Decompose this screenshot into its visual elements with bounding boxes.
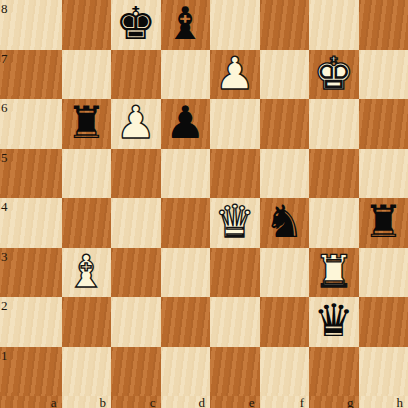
square-g2[interactable]: ♛: [309, 297, 359, 347]
square-e7[interactable]: ♟: [210, 50, 260, 100]
square-a8[interactable]: [12, 0, 62, 50]
square-e3[interactable]: [210, 248, 260, 298]
black-king-c8[interactable]: ♚: [116, 1, 156, 46]
square-b1[interactable]: [62, 347, 112, 397]
square-c6[interactable]: ♟: [111, 99, 161, 149]
rank-label-6: 6: [0, 99, 12, 149]
square-b2[interactable]: [62, 297, 112, 347]
rank-label-3: 3: [0, 248, 12, 298]
square-a6[interactable]: [12, 99, 62, 149]
square-a4[interactable]: [12, 198, 62, 248]
black-rook-b6[interactable]: ♜: [66, 100, 106, 145]
square-d3[interactable]: [161, 248, 211, 298]
black-pawn-d6[interactable]: ♟: [165, 100, 205, 145]
square-h5[interactable]: [359, 149, 408, 199]
square-b3[interactable]: ♝: [62, 248, 112, 298]
black-rook-h4[interactable]: ♜: [363, 199, 403, 244]
square-f4[interactable]: ♞: [260, 198, 310, 248]
file-label-h: h: [359, 396, 408, 408]
square-g4[interactable]: [309, 198, 359, 248]
square-h1[interactable]: [359, 347, 408, 397]
white-king-g7[interactable]: ♚: [314, 51, 354, 96]
square-d6[interactable]: ♟: [161, 99, 211, 149]
square-c8[interactable]: ♚: [111, 0, 161, 50]
black-bishop-d8[interactable]: ♝: [165, 1, 205, 46]
square-a7[interactable]: [12, 50, 62, 100]
square-g6[interactable]: [309, 99, 359, 149]
square-b8[interactable]: [62, 0, 112, 50]
square-h4[interactable]: ♜: [359, 198, 408, 248]
file-label-b: b: [62, 396, 112, 408]
square-e1[interactable]: [210, 347, 260, 397]
square-a3[interactable]: [12, 248, 62, 298]
rank-label-5: 5: [0, 149, 12, 199]
square-c2[interactable]: [111, 297, 161, 347]
rank-label-8: 8: [0, 0, 12, 50]
file-label-a: a: [12, 396, 62, 408]
square-e5[interactable]: [210, 149, 260, 199]
white-pawn-e7[interactable]: ♟: [215, 51, 255, 96]
square-g7[interactable]: ♚: [309, 50, 359, 100]
square-d1[interactable]: [161, 347, 211, 397]
square-d4[interactable]: [161, 198, 211, 248]
square-g8[interactable]: [309, 0, 359, 50]
square-d2[interactable]: [161, 297, 211, 347]
black-knight-f4[interactable]: ♞: [264, 199, 304, 244]
file-label-g: g: [309, 396, 359, 408]
rank-label-4: 4: [0, 198, 12, 248]
square-c3[interactable]: [111, 248, 161, 298]
square-e2[interactable]: [210, 297, 260, 347]
square-c7[interactable]: [111, 50, 161, 100]
square-h6[interactable]: [359, 99, 408, 149]
square-b7[interactable]: [62, 50, 112, 100]
square-e8[interactable]: [210, 0, 260, 50]
square-h2[interactable]: [359, 297, 408, 347]
square-h3[interactable]: [359, 248, 408, 298]
square-h7[interactable]: [359, 50, 408, 100]
rank-label-2: 2: [0, 297, 12, 347]
white-pawn-c6[interactable]: ♟: [116, 100, 156, 145]
rank-label-7: 7: [0, 50, 12, 100]
white-queen-e4[interactable]: ♛: [215, 199, 255, 244]
square-e6[interactable]: [210, 99, 260, 149]
white-bishop-b3[interactable]: ♝: [66, 249, 106, 294]
square-c5[interactable]: [111, 149, 161, 199]
square-d5[interactable]: [161, 149, 211, 199]
square-g1[interactable]: [309, 347, 359, 397]
square-c1[interactable]: [111, 347, 161, 397]
file-label-d: d: [161, 396, 211, 408]
square-f1[interactable]: [260, 347, 310, 397]
square-f6[interactable]: [260, 99, 310, 149]
file-label-e: e: [210, 396, 260, 408]
square-h8[interactable]: [359, 0, 408, 50]
square-f8[interactable]: [260, 0, 310, 50]
square-g3[interactable]: ♜: [309, 248, 359, 298]
file-label-f: f: [260, 396, 310, 408]
square-b6[interactable]: ♜: [62, 99, 112, 149]
board-corner: [0, 396, 12, 408]
square-f3[interactable]: [260, 248, 310, 298]
square-d7[interactable]: [161, 50, 211, 100]
square-b5[interactable]: [62, 149, 112, 199]
rank-label-1: 1: [0, 347, 12, 397]
square-a2[interactable]: [12, 297, 62, 347]
file-label-c: c: [111, 396, 161, 408]
white-rook-g3[interactable]: ♜: [314, 249, 354, 294]
black-queen-g2[interactable]: ♛: [314, 298, 354, 343]
square-a1[interactable]: [12, 347, 62, 397]
square-b4[interactable]: [62, 198, 112, 248]
square-d8[interactable]: ♝: [161, 0, 211, 50]
square-a5[interactable]: [12, 149, 62, 199]
chess-board: 8♚♝7♟♚6♜♟♟54♛♞♜3♝♜2♛1abcdefgh: [0, 0, 408, 408]
square-f7[interactable]: [260, 50, 310, 100]
square-g5[interactable]: [309, 149, 359, 199]
square-f5[interactable]: [260, 149, 310, 199]
square-c4[interactable]: [111, 198, 161, 248]
square-e4[interactable]: ♛: [210, 198, 260, 248]
square-f2[interactable]: [260, 297, 310, 347]
